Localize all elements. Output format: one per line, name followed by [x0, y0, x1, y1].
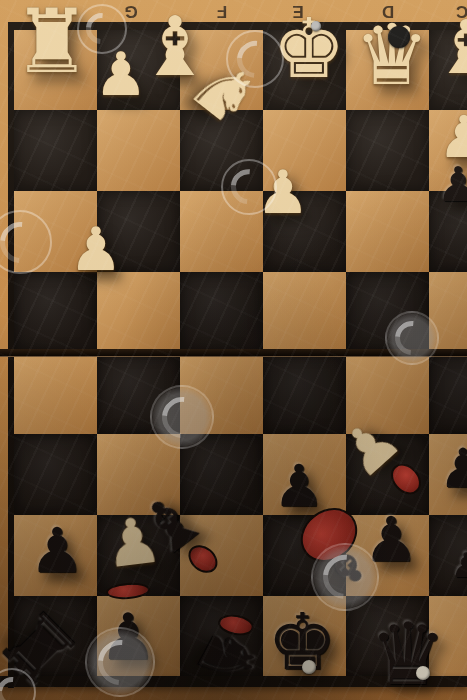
square-d3[interactable]: [346, 191, 429, 272]
black-pawn-d7[interactable]: ♟: [363, 509, 419, 571]
square-d2[interactable]: [346, 110, 429, 191]
square-g2[interactable]: [97, 110, 180, 191]
white-rook-h1[interactable]: ♜: [13, 0, 92, 86]
white-queen-d1[interactable]: ♛: [354, 13, 429, 97]
black-pawn-c3[interactable]: ♟: [436, 160, 467, 208]
black-queen-finial: [416, 666, 430, 680]
white-pawn-h3[interactable]: ♟: [69, 219, 123, 279]
square-h2[interactable]: [14, 110, 97, 191]
white-king-e1[interactable]: ♚: [272, 8, 346, 90]
black-pawn-e6[interactable]: ♟: [273, 457, 325, 515]
file-label-f: F: [211, 1, 233, 21]
chess-board-photo: GFEDC ♜♟♝♞♚♛♝♟♟♟♟♟♟♟♟♟♝♝♟♟♜♟♞♚♛: [0, 0, 467, 700]
board-fold-seam: [0, 349, 467, 357]
square-h6[interactable]: [14, 434, 97, 515]
square-c5[interactable]: [429, 353, 467, 434]
white-pawn-e3[interactable]: ♟: [256, 162, 310, 222]
square-g4[interactable]: [97, 272, 180, 353]
square-e5[interactable]: [263, 353, 346, 434]
square-d4[interactable]: [346, 272, 429, 353]
black-pawn-g8[interactable]: ♟: [99, 605, 156, 669]
white-bishop-c1[interactable]: ♝: [433, 10, 467, 84]
square-f4[interactable]: [180, 272, 263, 353]
square-g5[interactable]: [97, 353, 180, 434]
square-e4[interactable]: [263, 272, 346, 353]
square-h5[interactable]: [14, 353, 97, 434]
black-king-finial: [302, 660, 316, 674]
square-h4[interactable]: [14, 272, 97, 353]
black-queen-d8[interactable]: ♛: [369, 611, 446, 697]
black-pawn-h7[interactable]: ♟: [29, 520, 85, 582]
black-pawn-c6[interactable]: ♟: [439, 442, 467, 496]
square-f5[interactable]: [180, 353, 263, 434]
white-king-finial: [311, 21, 321, 31]
black-pawn-c7[interactable]: ♟: [451, 548, 467, 582]
square-f3[interactable]: [180, 191, 263, 272]
white-queen-finial: [388, 26, 410, 48]
square-c4[interactable]: [429, 272, 467, 353]
